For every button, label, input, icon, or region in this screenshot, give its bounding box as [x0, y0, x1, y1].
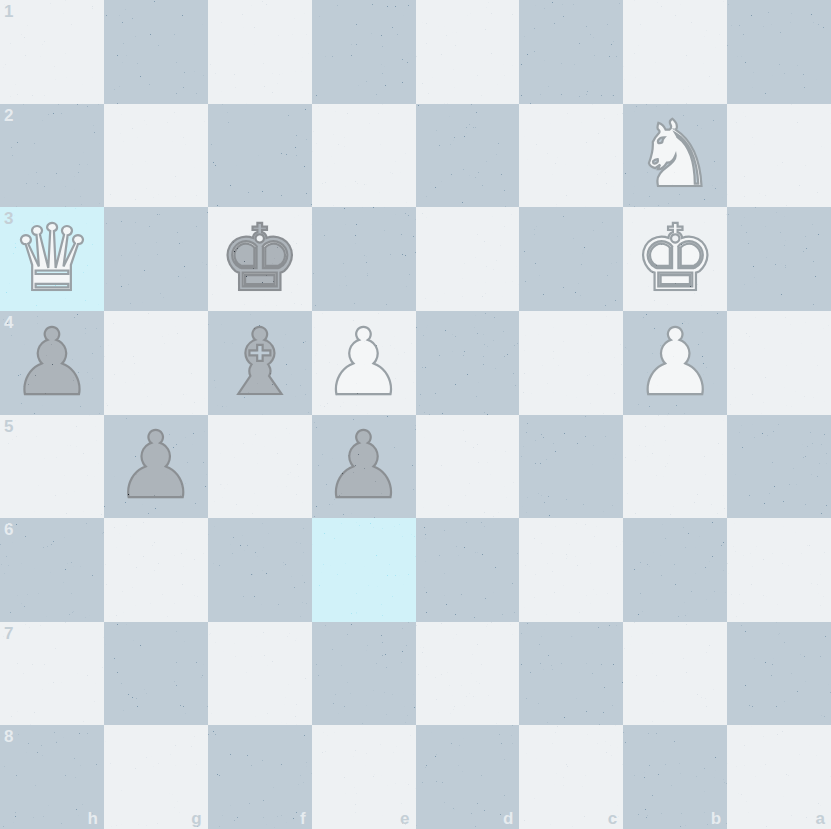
square-g6[interactable] — [104, 518, 208, 622]
square-a8[interactable]: a — [727, 725, 831, 829]
square-c7[interactable] — [519, 622, 623, 726]
rank-label-6: 6 — [4, 521, 13, 538]
square-h5[interactable]: 5 — [0, 415, 104, 519]
square-h6[interactable]: 6 — [0, 518, 104, 622]
rank-label-7: 7 — [4, 625, 13, 642]
file-label-e: e — [400, 810, 409, 827]
piece-white-knight-b2[interactable]: ♞ — [623, 104, 727, 208]
square-f2[interactable] — [208, 104, 312, 208]
square-e3[interactable] — [312, 207, 416, 311]
square-g4[interactable] — [104, 311, 208, 415]
square-d8[interactable]: d — [416, 725, 520, 829]
rank-label-8: 8 — [4, 728, 13, 745]
square-a7[interactable] — [727, 622, 831, 726]
square-d3[interactable] — [416, 207, 520, 311]
square-e6[interactable] — [312, 518, 416, 622]
square-h8[interactable]: 8h — [0, 725, 104, 829]
square-f3[interactable]: ♚ — [208, 207, 312, 311]
square-d5[interactable] — [416, 415, 520, 519]
rank-label-5: 5 — [4, 418, 13, 435]
square-a4[interactable] — [727, 311, 831, 415]
rank-label-2: 2 — [4, 107, 13, 124]
square-g8[interactable]: g — [104, 725, 208, 829]
square-g5[interactable]: ♟ — [104, 415, 208, 519]
piece-black-pawn-g5[interactable]: ♟ — [104, 415, 208, 519]
square-f7[interactable] — [208, 622, 312, 726]
square-d2[interactable] — [416, 104, 520, 208]
piece-white-queen-h3[interactable]: ♛ — [0, 207, 104, 311]
square-d1[interactable] — [416, 0, 520, 104]
square-a2[interactable] — [727, 104, 831, 208]
square-c2[interactable] — [519, 104, 623, 208]
square-e4[interactable]: ♟ — [312, 311, 416, 415]
square-b4[interactable]: ♟ — [623, 311, 727, 415]
square-c3[interactable] — [519, 207, 623, 311]
chess-board-container: 12♞3♛♚♚4♟♝♟♟5♟♟678hgfedcba — [0, 0, 831, 829]
square-d4[interactable] — [416, 311, 520, 415]
square-b5[interactable] — [623, 415, 727, 519]
square-d7[interactable] — [416, 622, 520, 726]
piece-black-king-f3[interactable]: ♚ — [208, 207, 312, 311]
file-label-d: d — [503, 810, 513, 827]
piece-white-king-b3[interactable]: ♚ — [623, 207, 727, 311]
square-a6[interactable] — [727, 518, 831, 622]
square-c4[interactable] — [519, 311, 623, 415]
piece-white-pawn-e4[interactable]: ♟ — [312, 311, 416, 415]
square-h4[interactable]: 4♟ — [0, 311, 104, 415]
square-f5[interactable] — [208, 415, 312, 519]
square-b8[interactable]: b — [623, 725, 727, 829]
square-b7[interactable] — [623, 622, 727, 726]
square-c8[interactable]: c — [519, 725, 623, 829]
square-e7[interactable] — [312, 622, 416, 726]
square-h3[interactable]: 3♛ — [0, 207, 104, 311]
square-g7[interactable] — [104, 622, 208, 726]
square-a3[interactable] — [727, 207, 831, 311]
square-c5[interactable] — [519, 415, 623, 519]
square-a1[interactable] — [727, 0, 831, 104]
piece-black-pawn-h4[interactable]: ♟ — [0, 311, 104, 415]
square-g1[interactable] — [104, 0, 208, 104]
file-label-f: f — [300, 810, 306, 827]
square-a5[interactable] — [727, 415, 831, 519]
square-g2[interactable] — [104, 104, 208, 208]
square-e1[interactable] — [312, 0, 416, 104]
square-f8[interactable]: f — [208, 725, 312, 829]
piece-black-pawn-e5[interactable]: ♟ — [312, 415, 416, 519]
square-b1[interactable] — [623, 0, 727, 104]
square-e5[interactable]: ♟ — [312, 415, 416, 519]
piece-white-pawn-b4[interactable]: ♟ — [623, 311, 727, 415]
square-e2[interactable] — [312, 104, 416, 208]
rank-label-1: 1 — [4, 3, 13, 20]
square-h7[interactable]: 7 — [0, 622, 104, 726]
square-f6[interactable] — [208, 518, 312, 622]
square-f4[interactable]: ♝ — [208, 311, 312, 415]
square-c1[interactable] — [519, 0, 623, 104]
square-b2[interactable]: ♞ — [623, 104, 727, 208]
square-d6[interactable] — [416, 518, 520, 622]
file-label-b: b — [711, 810, 721, 827]
file-label-c: c — [608, 810, 617, 827]
square-h2[interactable]: 2 — [0, 104, 104, 208]
square-b6[interactable] — [623, 518, 727, 622]
file-label-h: h — [87, 810, 97, 827]
square-b3[interactable]: ♚ — [623, 207, 727, 311]
square-f1[interactable] — [208, 0, 312, 104]
piece-black-bishop-f4[interactable]: ♝ — [208, 311, 312, 415]
square-c6[interactable] — [519, 518, 623, 622]
square-e8[interactable]: e — [312, 725, 416, 829]
square-g3[interactable] — [104, 207, 208, 311]
chess-board: 12♞3♛♚♚4♟♝♟♟5♟♟678hgfedcba — [0, 0, 831, 829]
square-h1[interactable]: 1 — [0, 0, 104, 104]
file-label-a: a — [816, 810, 825, 827]
file-label-g: g — [191, 810, 201, 827]
